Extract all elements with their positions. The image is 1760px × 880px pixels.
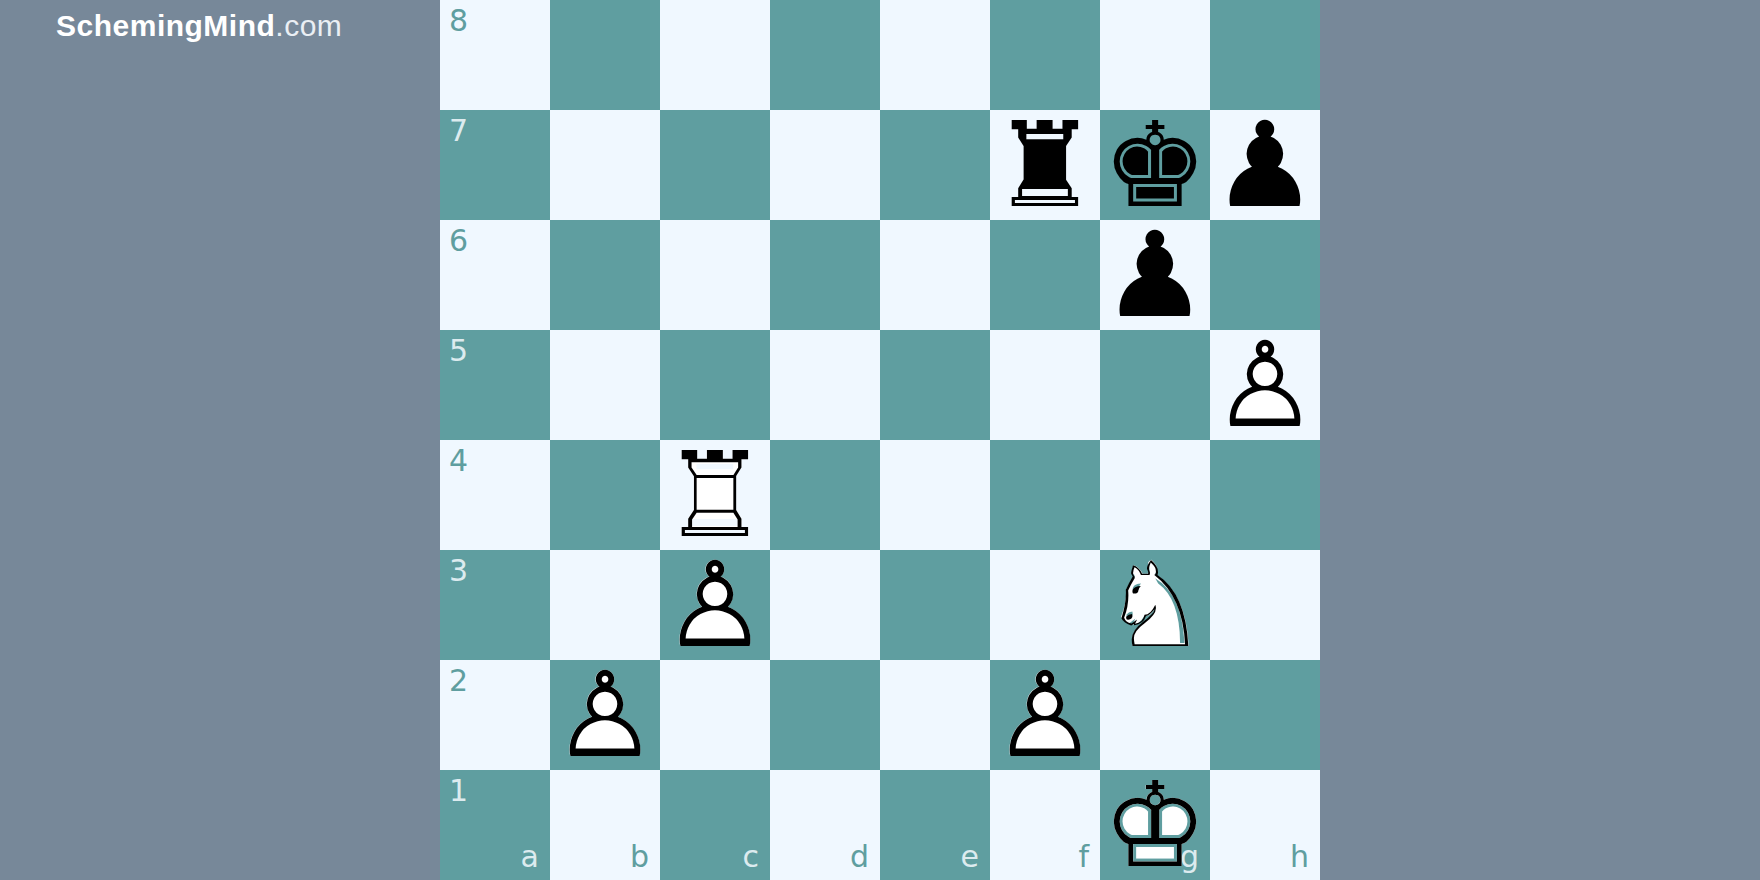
square-c1[interactable]: c — [660, 770, 770, 880]
square-f3[interactable] — [990, 550, 1100, 660]
square-a3[interactable]: 3 — [440, 550, 550, 660]
square-e4[interactable] — [880, 440, 990, 550]
square-d6[interactable] — [770, 220, 880, 330]
square-g6[interactable]: ♟ — [1100, 220, 1210, 330]
white-rook-outline-icon: ♖ — [662, 436, 768, 554]
square-c6[interactable] — [660, 220, 770, 330]
square-c3[interactable]: ♟♙ — [660, 550, 770, 660]
square-b6[interactable] — [550, 220, 660, 330]
square-b2[interactable]: ♟♙ — [550, 660, 660, 770]
file-label-e: e — [961, 842, 979, 872]
square-f4[interactable] — [990, 440, 1100, 550]
square-c4[interactable]: ♜♖ — [660, 440, 770, 550]
square-c5[interactable] — [660, 330, 770, 440]
file-label-a: a — [521, 842, 539, 872]
white-pawn[interactable]: ♟♙ — [550, 660, 660, 770]
white-king[interactable]: ♚♔ — [1100, 770, 1210, 880]
square-g4[interactable] — [1100, 440, 1210, 550]
square-g2[interactable] — [1100, 660, 1210, 770]
square-a4[interactable]: 4 — [440, 440, 550, 550]
white-rook-glyph: ♜ — [662, 436, 768, 554]
square-g8[interactable] — [1100, 0, 1210, 110]
white-pawn-outline-icon: ♙ — [552, 656, 658, 774]
black-king-glyph: ♚ — [1102, 106, 1208, 224]
square-f6[interactable] — [990, 220, 1100, 330]
square-h4[interactable] — [1210, 440, 1320, 550]
white-pawn[interactable]: ♟♙ — [1210, 330, 1320, 440]
white-pawn-glyph: ♟ — [662, 546, 768, 664]
file-label-h: h — [1290, 842, 1309, 872]
square-c2[interactable] — [660, 660, 770, 770]
square-a2[interactable]: 2 — [440, 660, 550, 770]
square-b8[interactable] — [550, 0, 660, 110]
square-b4[interactable] — [550, 440, 660, 550]
rank-label-4: 4 — [449, 446, 468, 476]
square-e5[interactable] — [880, 330, 990, 440]
square-a5[interactable]: 5 — [440, 330, 550, 440]
rank-label-7: 7 — [449, 116, 468, 146]
rank-label-3: 3 — [449, 556, 468, 586]
square-b3[interactable] — [550, 550, 660, 660]
rank-label-5: 5 — [449, 336, 468, 366]
white-king-glyph: ♚ — [1102, 766, 1208, 880]
square-c8[interactable] — [660, 0, 770, 110]
square-f8[interactable] — [990, 0, 1100, 110]
square-g3[interactable]: ♞♘ — [1100, 550, 1210, 660]
square-d4[interactable] — [770, 440, 880, 550]
white-king-outline-icon: ♔ — [1102, 766, 1208, 880]
square-b1[interactable]: b — [550, 770, 660, 880]
black-pawn-glyph: ♟ — [1102, 216, 1208, 334]
square-f2[interactable]: ♟♙ — [990, 660, 1100, 770]
file-label-c: c — [743, 842, 760, 872]
square-f7[interactable]: ♜ — [990, 110, 1100, 220]
black-pawn-glyph: ♟ — [1212, 106, 1318, 224]
square-g5[interactable] — [1100, 330, 1210, 440]
white-pawn[interactable]: ♟♙ — [990, 660, 1100, 770]
square-e2[interactable] — [880, 660, 990, 770]
file-label-f: f — [1078, 842, 1089, 872]
square-a7[interactable]: 7 — [440, 110, 550, 220]
square-e8[interactable] — [880, 0, 990, 110]
square-h7[interactable]: ♟ — [1210, 110, 1320, 220]
square-e3[interactable] — [880, 550, 990, 660]
black-rook[interactable]: ♜ — [990, 110, 1100, 220]
white-knight[interactable]: ♞♘ — [1100, 550, 1210, 660]
square-a1[interactable]: 1a — [440, 770, 550, 880]
site-logo[interactable]: SchemingMind.com — [56, 8, 342, 44]
site-logo-brand: SchemingMind — [56, 9, 275, 42]
square-d3[interactable] — [770, 550, 880, 660]
square-c7[interactable] — [660, 110, 770, 220]
white-pawn[interactable]: ♟♙ — [660, 550, 770, 660]
white-pawn-glyph: ♟ — [552, 656, 658, 774]
square-d8[interactable] — [770, 0, 880, 110]
square-f5[interactable] — [990, 330, 1100, 440]
square-a8[interactable]: 8 — [440, 0, 550, 110]
square-d7[interactable] — [770, 110, 880, 220]
rank-label-1: 1 — [449, 776, 468, 806]
rank-label-2: 2 — [449, 666, 468, 696]
rank-label-8: 8 — [449, 6, 468, 36]
square-h6[interactable] — [1210, 220, 1320, 330]
site-logo-suffix: .com — [275, 9, 342, 42]
square-b5[interactable] — [550, 330, 660, 440]
square-g7[interactable]: ♚ — [1100, 110, 1210, 220]
white-knight-glyph: ♞ — [1102, 546, 1208, 664]
white-pawn-glyph: ♟ — [992, 656, 1098, 774]
white-pawn-glyph: ♟ — [1212, 326, 1318, 444]
square-e7[interactable] — [880, 110, 990, 220]
square-f1[interactable]: f — [990, 770, 1100, 880]
square-b7[interactable] — [550, 110, 660, 220]
square-d1[interactable]: d — [770, 770, 880, 880]
file-label-d: d — [850, 842, 869, 872]
square-d5[interactable] — [770, 330, 880, 440]
white-pawn-outline-icon: ♙ — [662, 546, 768, 664]
black-pawn[interactable]: ♟ — [1210, 110, 1320, 220]
black-king[interactable]: ♚ — [1100, 110, 1210, 220]
square-h5[interactable]: ♟♙ — [1210, 330, 1320, 440]
square-h3[interactable] — [1210, 550, 1320, 660]
white-knight-outline-icon: ♘ — [1102, 546, 1208, 664]
file-label-b: b — [630, 842, 649, 872]
chess-board: 87♜♚♟6♟5♟♙4♜♖3♟♙♞♘2♟♙♟♙1abcdefg♚♔h — [440, 0, 1320, 880]
square-g1[interactable]: g♚♔ — [1100, 770, 1210, 880]
black-rook-glyph: ♜ — [992, 106, 1098, 224]
square-d2[interactable] — [770, 660, 880, 770]
square-a6[interactable]: 6 — [440, 220, 550, 330]
square-e1[interactable]: e — [880, 770, 990, 880]
square-h8[interactable] — [1210, 0, 1320, 110]
white-pawn-outline-icon: ♙ — [1212, 326, 1318, 444]
rank-label-6: 6 — [449, 226, 468, 256]
white-rook[interactable]: ♜♖ — [660, 440, 770, 550]
square-h1[interactable]: h — [1210, 770, 1320, 880]
black-pawn[interactable]: ♟ — [1100, 220, 1210, 330]
white-pawn-outline-icon: ♙ — [992, 656, 1098, 774]
square-h2[interactable] — [1210, 660, 1320, 770]
square-e6[interactable] — [880, 220, 990, 330]
